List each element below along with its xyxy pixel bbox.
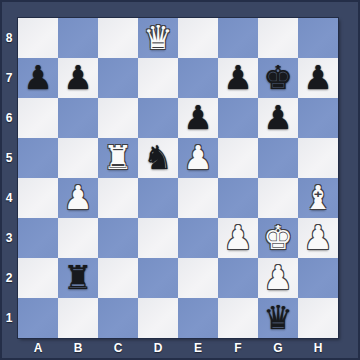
square-c7[interactable] [98, 58, 138, 98]
square-e7[interactable] [178, 58, 218, 98]
square-d5[interactable]: ♞ [138, 138, 178, 178]
square-h7[interactable]: ♟ [298, 58, 338, 98]
chess-board: ♛♟♟♟♚♟♟♟♜♞♟♟♝♟♚♟♜♟♛ [18, 18, 338, 338]
rank-label-7: 7 [0, 58, 18, 98]
square-e3[interactable] [178, 218, 218, 258]
rank-label-2: 2 [0, 258, 18, 298]
square-e4[interactable] [178, 178, 218, 218]
white-rook-c5[interactable]: ♜ [98, 138, 138, 178]
square-e1[interactable] [178, 298, 218, 338]
black-queen-g1[interactable]: ♛ [258, 298, 298, 338]
square-b8[interactable] [58, 18, 98, 58]
square-d6[interactable] [138, 98, 178, 138]
square-f6[interactable] [218, 98, 258, 138]
square-d3[interactable] [138, 218, 178, 258]
square-a5[interactable] [18, 138, 58, 178]
square-g6[interactable]: ♟ [258, 98, 298, 138]
file-label-c: C [98, 338, 138, 360]
file-labels: ABCDEFGH [18, 338, 338, 360]
square-f4[interactable] [218, 178, 258, 218]
chess-board-frame: 87654321 ♛♟♟♟♚♟♟♟♜♞♟♟♝♟♚♟♜♟♛ ABCDEFGH [0, 0, 360, 360]
square-a3[interactable] [18, 218, 58, 258]
rank-label-8: 8 [0, 18, 18, 58]
square-f7[interactable]: ♟ [218, 58, 258, 98]
square-a2[interactable] [18, 258, 58, 298]
square-b2[interactable]: ♜ [58, 258, 98, 298]
square-f1[interactable] [218, 298, 258, 338]
square-f3[interactable]: ♟ [218, 218, 258, 258]
white-pawn-h3[interactable]: ♟ [298, 218, 338, 258]
square-h4[interactable]: ♝ [298, 178, 338, 218]
white-pawn-g2[interactable]: ♟ [258, 258, 298, 298]
black-pawn-b7[interactable]: ♟ [58, 58, 98, 98]
file-label-d: D [138, 338, 178, 360]
square-c5[interactable]: ♜ [98, 138, 138, 178]
square-a8[interactable] [18, 18, 58, 58]
black-rook-b2[interactable]: ♜ [58, 258, 98, 298]
rank-label-4: 4 [0, 178, 18, 218]
square-g5[interactable] [258, 138, 298, 178]
black-pawn-e6[interactable]: ♟ [178, 98, 218, 138]
file-label-b: B [58, 338, 98, 360]
rank-labels: 87654321 [0, 18, 18, 338]
square-c3[interactable] [98, 218, 138, 258]
square-h8[interactable] [298, 18, 338, 58]
square-g3[interactable]: ♚ [258, 218, 298, 258]
square-h1[interactable] [298, 298, 338, 338]
square-e8[interactable] [178, 18, 218, 58]
square-b5[interactable] [58, 138, 98, 178]
white-pawn-f3[interactable]: ♟ [218, 218, 258, 258]
square-b3[interactable] [58, 218, 98, 258]
file-label-a: A [18, 338, 58, 360]
square-g7[interactable]: ♚ [258, 58, 298, 98]
square-b1[interactable] [58, 298, 98, 338]
square-d7[interactable] [138, 58, 178, 98]
square-e5[interactable]: ♟ [178, 138, 218, 178]
square-c4[interactable] [98, 178, 138, 218]
black-pawn-h7[interactable]: ♟ [298, 58, 338, 98]
square-g4[interactable] [258, 178, 298, 218]
black-knight-d5[interactable]: ♞ [138, 138, 178, 178]
black-pawn-f7[interactable]: ♟ [218, 58, 258, 98]
square-e2[interactable] [178, 258, 218, 298]
square-c6[interactable] [98, 98, 138, 138]
square-f5[interactable] [218, 138, 258, 178]
square-b4[interactable]: ♟ [58, 178, 98, 218]
square-d1[interactable] [138, 298, 178, 338]
square-f8[interactable] [218, 18, 258, 58]
file-label-e: E [178, 338, 218, 360]
file-label-g: G [258, 338, 298, 360]
rank-label-5: 5 [0, 138, 18, 178]
square-g1[interactable]: ♛ [258, 298, 298, 338]
rank-label-3: 3 [0, 218, 18, 258]
square-c1[interactable] [98, 298, 138, 338]
rank-label-6: 6 [0, 98, 18, 138]
file-label-h: H [298, 338, 338, 360]
white-bishop-h4[interactable]: ♝ [298, 178, 338, 218]
square-g8[interactable] [258, 18, 298, 58]
square-f2[interactable] [218, 258, 258, 298]
black-pawn-g6[interactable]: ♟ [258, 98, 298, 138]
file-label-f: F [218, 338, 258, 360]
square-h6[interactable] [298, 98, 338, 138]
white-pawn-b4[interactable]: ♟ [58, 178, 98, 218]
white-pawn-e5[interactable]: ♟ [178, 138, 218, 178]
square-d8[interactable]: ♛ [138, 18, 178, 58]
square-g2[interactable]: ♟ [258, 258, 298, 298]
square-d4[interactable] [138, 178, 178, 218]
square-b6[interactable] [58, 98, 98, 138]
square-h5[interactable] [298, 138, 338, 178]
square-c8[interactable] [98, 18, 138, 58]
square-a7[interactable]: ♟ [18, 58, 58, 98]
black-king-g7[interactable]: ♚ [258, 58, 298, 98]
square-c2[interactable] [98, 258, 138, 298]
black-pawn-a7[interactable]: ♟ [18, 58, 58, 98]
square-a4[interactable] [18, 178, 58, 218]
square-e6[interactable]: ♟ [178, 98, 218, 138]
rank-label-1: 1 [0, 298, 18, 338]
square-a1[interactable] [18, 298, 58, 338]
white-king-g3[interactable]: ♚ [258, 218, 298, 258]
square-b7[interactable]: ♟ [58, 58, 98, 98]
white-queen-d8[interactable]: ♛ [138, 18, 178, 58]
square-h2[interactable] [298, 258, 338, 298]
square-a6[interactable] [18, 98, 58, 138]
square-h3[interactable]: ♟ [298, 218, 338, 258]
square-d2[interactable] [138, 258, 178, 298]
